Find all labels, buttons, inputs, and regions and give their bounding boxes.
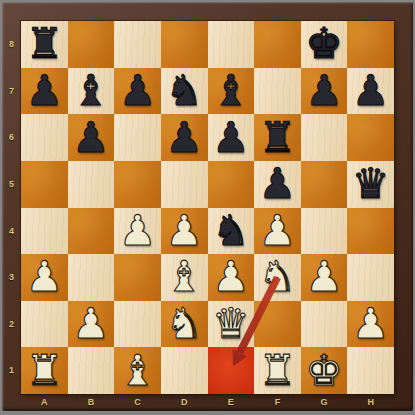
square-a5[interactable] [21, 161, 68, 208]
chess-board-screenshot: ♜♚♟♝♟♞♝♟♟♟♟♟♜♟♛♟♟♞♟♟♝♟♞♟♟♞♛♟♜♝♜♚ 8765432… [0, 0, 415, 415]
black-pawn[interactable]: ♟ [72, 115, 110, 161]
square-h5[interactable]: ♛ [347, 161, 394, 208]
square-b8[interactable] [68, 21, 115, 68]
white-pawn[interactable]: ♟ [72, 301, 110, 347]
square-f3[interactable]: ♞ [254, 254, 301, 301]
square-h2[interactable]: ♟ [347, 301, 394, 348]
square-g4[interactable] [301, 208, 348, 255]
white-pawn[interactable]: ♟ [119, 208, 157, 254]
square-g7[interactable]: ♟ [301, 68, 348, 115]
square-c1[interactable]: ♝ [114, 347, 161, 394]
white-pawn[interactable]: ♟ [352, 301, 390, 347]
square-h8[interactable] [347, 21, 394, 68]
black-rook[interactable]: ♜ [25, 21, 63, 67]
white-pawn[interactable]: ♟ [259, 208, 297, 254]
square-a6[interactable] [21, 114, 68, 161]
black-rook[interactable]: ♜ [259, 115, 297, 161]
white-bishop[interactable]: ♝ [165, 254, 203, 300]
file-label-e: E [208, 394, 255, 411]
black-bishop[interactable]: ♝ [72, 68, 110, 114]
square-f2[interactable] [254, 301, 301, 348]
rank-label-7: 7 [2, 68, 21, 115]
rank-label-8: 8 [2, 21, 21, 68]
square-g6[interactable] [301, 114, 348, 161]
square-b4[interactable] [68, 208, 115, 255]
square-g8[interactable]: ♚ [301, 21, 348, 68]
rank-label-3: 3 [2, 254, 21, 301]
square-b2[interactable]: ♟ [68, 301, 115, 348]
black-king[interactable]: ♚ [305, 21, 343, 67]
square-h1[interactable] [347, 347, 394, 394]
black-pawn[interactable]: ♟ [352, 68, 390, 114]
white-rook[interactable]: ♜ [259, 348, 297, 394]
black-pawn[interactable]: ♟ [165, 115, 203, 161]
square-g2[interactable] [301, 301, 348, 348]
square-b5[interactable] [68, 161, 115, 208]
rank-label-1: 1 [2, 347, 21, 394]
black-bishop[interactable]: ♝ [212, 68, 250, 114]
square-a4[interactable] [21, 208, 68, 255]
square-d3[interactable]: ♝ [161, 254, 208, 301]
square-e3[interactable]: ♟ [208, 254, 255, 301]
square-e5[interactable] [208, 161, 255, 208]
square-g1[interactable]: ♚ [301, 347, 348, 394]
square-d7[interactable]: ♞ [161, 68, 208, 115]
chess-board: ♜♚♟♝♟♞♝♟♟♟♟♟♜♟♛♟♟♞♟♟♝♟♞♟♟♞♛♟♜♝♜♚ [21, 21, 394, 394]
square-h3[interactable] [347, 254, 394, 301]
white-pawn[interactable]: ♟ [212, 254, 250, 300]
rank-label-5: 5 [2, 161, 21, 208]
square-c8[interactable] [114, 21, 161, 68]
square-e4[interactable]: ♞ [208, 208, 255, 255]
square-a3[interactable]: ♟ [21, 254, 68, 301]
square-a7[interactable]: ♟ [21, 68, 68, 115]
square-g3[interactable]: ♟ [301, 254, 348, 301]
white-king[interactable]: ♚ [305, 348, 343, 394]
black-pawn[interactable]: ♟ [259, 161, 297, 207]
white-pawn[interactable]: ♟ [305, 254, 343, 300]
file-label-f: F [254, 394, 301, 411]
square-d6[interactable]: ♟ [161, 114, 208, 161]
square-b6[interactable]: ♟ [68, 114, 115, 161]
file-label-h: H [347, 394, 394, 411]
square-h4[interactable] [347, 208, 394, 255]
file-label-d: D [161, 394, 208, 411]
square-e1[interactable] [208, 347, 255, 394]
square-g5[interactable] [301, 161, 348, 208]
white-queen[interactable]: ♛ [212, 301, 250, 347]
square-f4[interactable]: ♟ [254, 208, 301, 255]
rank-label-2: 2 [2, 301, 21, 348]
file-label-g: G [301, 394, 348, 411]
white-knight[interactable]: ♞ [259, 254, 297, 300]
square-f7[interactable] [254, 68, 301, 115]
white-knight[interactable]: ♞ [165, 301, 203, 347]
black-pawn[interactable]: ♟ [305, 68, 343, 114]
file-label-b: B [68, 394, 115, 411]
black-knight[interactable]: ♞ [165, 68, 203, 114]
square-b1[interactable] [68, 347, 115, 394]
black-pawn[interactable]: ♟ [212, 115, 250, 161]
square-c6[interactable] [114, 114, 161, 161]
black-queen[interactable]: ♛ [352, 161, 390, 207]
square-f5[interactable]: ♟ [254, 161, 301, 208]
white-pawn[interactable]: ♟ [25, 254, 63, 300]
square-e6[interactable]: ♟ [208, 114, 255, 161]
square-d8[interactable] [161, 21, 208, 68]
square-c2[interactable] [114, 301, 161, 348]
square-d5[interactable] [161, 161, 208, 208]
square-a1[interactable]: ♜ [21, 347, 68, 394]
square-e8[interactable] [208, 21, 255, 68]
square-b7[interactable]: ♝ [68, 68, 115, 115]
white-rook[interactable]: ♜ [25, 348, 63, 394]
square-d1[interactable] [161, 347, 208, 394]
rank-label-4: 4 [2, 208, 21, 255]
black-pawn[interactable]: ♟ [25, 68, 63, 114]
square-f8[interactable] [254, 21, 301, 68]
square-c3[interactable] [114, 254, 161, 301]
rank-label-6: 6 [2, 114, 21, 161]
white-bishop[interactable]: ♝ [119, 348, 157, 394]
black-knight[interactable]: ♞ [212, 208, 250, 254]
square-b3[interactable] [68, 254, 115, 301]
white-pawn[interactable]: ♟ [165, 208, 203, 254]
square-d2[interactable]: ♞ [161, 301, 208, 348]
square-c7[interactable]: ♟ [114, 68, 161, 115]
square-e7[interactable]: ♝ [208, 68, 255, 115]
square-c4[interactable]: ♟ [114, 208, 161, 255]
square-h6[interactable] [347, 114, 394, 161]
square-f6[interactable]: ♜ [254, 114, 301, 161]
black-pawn[interactable]: ♟ [119, 68, 157, 114]
file-label-a: A [21, 394, 68, 411]
square-a8[interactable]: ♜ [21, 21, 68, 68]
square-d4[interactable]: ♟ [161, 208, 208, 255]
square-e2[interactable]: ♛ [208, 301, 255, 348]
square-h7[interactable]: ♟ [347, 68, 394, 115]
square-f1[interactable]: ♜ [254, 347, 301, 394]
file-label-c: C [114, 394, 161, 411]
square-c5[interactable] [114, 161, 161, 208]
square-a2[interactable] [21, 301, 68, 348]
